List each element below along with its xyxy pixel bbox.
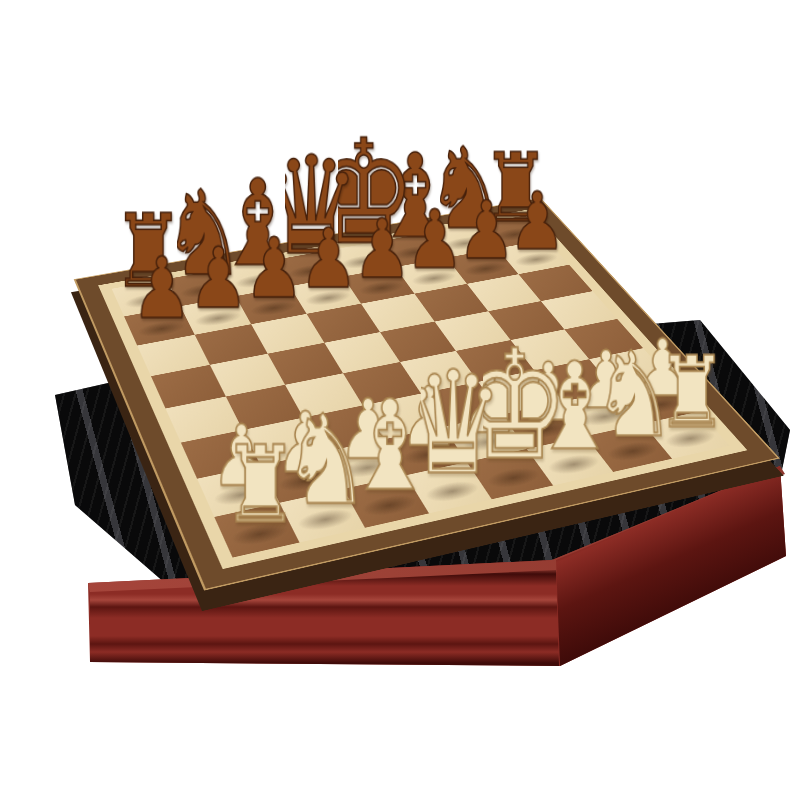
light-knight-b1: ♞ <box>294 322 359 523</box>
chess-set-photo: ♜♞♝♛♚♝♞♜♟♟♟♟♟♟♟♟♟♟♟♟♟♟♟♟♜♞♝♛♚♝♞♜ <box>0 0 800 800</box>
chess-board-wrapper: ♜♞♝♛♚♝♞♜♟♟♟♟♟♟♟♟♟♟♟♟♟♟♟♟♜♞♝♛♚♝♞♜ <box>126 88 674 636</box>
light-rook-a1: ♜ <box>228 334 294 538</box>
